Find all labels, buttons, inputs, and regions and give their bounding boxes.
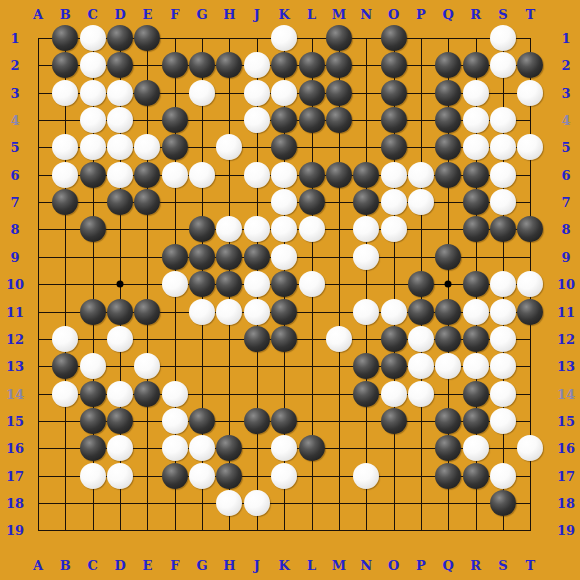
- white-stone[interactable]: [271, 463, 297, 489]
- row-label-left: 7: [10, 196, 19, 209]
- black-stone[interactable]: [271, 107, 297, 133]
- column-label-bottom: Q: [443, 559, 454, 572]
- row-label-left: 3: [10, 86, 19, 99]
- black-stone[interactable]: [435, 162, 461, 188]
- column-label-top: O: [388, 8, 399, 21]
- column-label-top: P: [416, 8, 426, 21]
- black-stone[interactable]: [463, 189, 489, 215]
- white-stone[interactable]: [490, 134, 516, 160]
- white-stone[interactable]: [408, 162, 434, 188]
- black-stone[interactable]: [162, 52, 188, 78]
- white-stone[interactable]: [353, 299, 379, 325]
- star-point: [117, 281, 124, 288]
- white-stone[interactable]: [271, 216, 297, 242]
- white-stone[interactable]: [80, 80, 106, 106]
- white-stone[interactable]: [244, 52, 270, 78]
- black-stone[interactable]: [463, 52, 489, 78]
- column-label-top: S: [498, 8, 507, 21]
- black-stone[interactable]: [381, 408, 407, 434]
- white-stone[interactable]: [80, 353, 106, 379]
- white-stone[interactable]: [80, 107, 106, 133]
- black-stone[interactable]: [463, 271, 489, 297]
- black-stone[interactable]: [299, 107, 325, 133]
- column-label-bottom: L: [307, 559, 316, 572]
- white-stone[interactable]: [107, 162, 133, 188]
- column-label-bottom: M: [332, 559, 346, 572]
- black-stone[interactable]: [80, 216, 106, 242]
- white-stone[interactable]: [271, 80, 297, 106]
- column-label-top: J: [254, 8, 260, 21]
- white-stone[interactable]: [52, 134, 78, 160]
- black-stone[interactable]: [162, 463, 188, 489]
- black-stone[interactable]: [381, 25, 407, 51]
- white-stone[interactable]: [162, 381, 188, 407]
- white-stone[interactable]: [490, 271, 516, 297]
- black-stone[interactable]: [353, 381, 379, 407]
- white-stone[interactable]: [517, 80, 543, 106]
- black-stone[interactable]: [107, 25, 133, 51]
- black-stone[interactable]: [435, 435, 461, 461]
- row-label-left: 17: [6, 469, 24, 482]
- white-stone[interactable]: [490, 189, 516, 215]
- white-stone[interactable]: [490, 162, 516, 188]
- column-label-bottom: T: [525, 559, 535, 572]
- white-stone[interactable]: [326, 326, 352, 352]
- white-stone[interactable]: [189, 435, 215, 461]
- white-stone[interactable]: [52, 381, 78, 407]
- column-label-top: E: [142, 8, 152, 21]
- row-label-right: 18: [557, 496, 575, 509]
- row-label-right: 9: [561, 250, 570, 263]
- white-stone[interactable]: [517, 435, 543, 461]
- white-stone[interactable]: [353, 216, 379, 242]
- white-stone[interactable]: [271, 25, 297, 51]
- white-stone[interactable]: [52, 80, 78, 106]
- black-stone[interactable]: [381, 353, 407, 379]
- black-stone[interactable]: [52, 189, 78, 215]
- black-stone[interactable]: [326, 25, 352, 51]
- black-stone[interactable]: [490, 490, 516, 516]
- white-stone[interactable]: [271, 189, 297, 215]
- row-label-right: 14: [557, 387, 575, 400]
- column-label-bottom: E: [142, 559, 152, 572]
- black-stone[interactable]: [134, 80, 160, 106]
- white-stone[interactable]: [52, 162, 78, 188]
- white-stone[interactable]: [408, 189, 434, 215]
- column-label-bottom: O: [388, 559, 399, 572]
- black-stone[interactable]: [134, 25, 160, 51]
- black-stone[interactable]: [107, 299, 133, 325]
- black-stone[interactable]: [271, 134, 297, 160]
- column-label-top: R: [470, 8, 481, 21]
- black-stone[interactable]: [80, 299, 106, 325]
- row-label-right: 8: [561, 223, 570, 236]
- column-label-top: M: [332, 8, 346, 21]
- white-stone[interactable]: [162, 435, 188, 461]
- column-label-top: T: [525, 8, 535, 21]
- white-stone[interactable]: [517, 134, 543, 160]
- row-label-left: 11: [6, 305, 24, 318]
- black-stone[interactable]: [435, 52, 461, 78]
- white-stone[interactable]: [490, 25, 516, 51]
- black-stone[interactable]: [162, 107, 188, 133]
- white-stone[interactable]: [189, 162, 215, 188]
- black-stone[interactable]: [244, 244, 270, 270]
- black-stone[interactable]: [244, 326, 270, 352]
- black-stone[interactable]: [189, 244, 215, 270]
- white-stone[interactable]: [80, 134, 106, 160]
- column-label-bottom: N: [360, 559, 372, 572]
- black-stone[interactable]: [463, 381, 489, 407]
- black-stone[interactable]: [517, 216, 543, 242]
- black-stone[interactable]: [381, 326, 407, 352]
- row-label-right: 19: [557, 524, 575, 537]
- white-stone[interactable]: [216, 490, 242, 516]
- row-label-right: 6: [561, 168, 570, 181]
- black-stone[interactable]: [353, 189, 379, 215]
- black-stone[interactable]: [381, 107, 407, 133]
- white-stone[interactable]: [490, 299, 516, 325]
- black-stone[interactable]: [271, 271, 297, 297]
- black-stone[interactable]: [216, 435, 242, 461]
- column-label-bottom: B: [60, 559, 71, 572]
- row-label-left: 10: [6, 278, 24, 291]
- row-label-right: 16: [557, 442, 575, 455]
- black-stone[interactable]: [80, 408, 106, 434]
- black-stone[interactable]: [326, 162, 352, 188]
- column-label-bottom: R: [470, 559, 481, 572]
- column-label-bottom: J: [254, 559, 260, 572]
- black-stone[interactable]: [490, 216, 516, 242]
- black-stone[interactable]: [134, 381, 160, 407]
- row-label-right: 4: [561, 114, 570, 127]
- white-stone[interactable]: [107, 134, 133, 160]
- black-stone[interactable]: [517, 52, 543, 78]
- white-stone[interactable]: [463, 299, 489, 325]
- black-stone[interactable]: [517, 299, 543, 325]
- black-stone[interactable]: [435, 244, 461, 270]
- white-stone[interactable]: [381, 216, 407, 242]
- black-stone[interactable]: [189, 216, 215, 242]
- row-label-left: 6: [10, 168, 19, 181]
- black-stone[interactable]: [80, 435, 106, 461]
- row-label-left: 1: [10, 32, 19, 45]
- white-stone[interactable]: [299, 216, 325, 242]
- white-stone[interactable]: [107, 435, 133, 461]
- white-stone[interactable]: [189, 299, 215, 325]
- black-stone[interactable]: [299, 162, 325, 188]
- column-label-top: H: [223, 8, 235, 21]
- row-label-right: 2: [561, 59, 570, 72]
- black-stone[interactable]: [52, 353, 78, 379]
- row-label-right: 12: [557, 332, 575, 345]
- white-stone[interactable]: [490, 353, 516, 379]
- white-stone[interactable]: [463, 107, 489, 133]
- black-stone[interactable]: [134, 162, 160, 188]
- black-stone[interactable]: [216, 463, 242, 489]
- column-label-bottom: F: [170, 559, 179, 572]
- white-stone[interactable]: [490, 463, 516, 489]
- row-label-right: 11: [557, 305, 575, 318]
- black-stone[interactable]: [463, 463, 489, 489]
- black-stone[interactable]: [463, 326, 489, 352]
- white-stone[interactable]: [134, 134, 160, 160]
- white-stone[interactable]: [107, 326, 133, 352]
- row-label-right: 1: [561, 32, 570, 45]
- white-stone[interactable]: [189, 463, 215, 489]
- white-stone[interactable]: [490, 107, 516, 133]
- black-stone[interactable]: [107, 189, 133, 215]
- column-label-top: L: [307, 8, 316, 21]
- column-label-bottom: P: [416, 559, 426, 572]
- black-stone[interactable]: [435, 107, 461, 133]
- column-label-top: B: [60, 8, 71, 21]
- white-stone[interactable]: [162, 271, 188, 297]
- black-stone[interactable]: [299, 80, 325, 106]
- star-point: [445, 281, 452, 288]
- black-stone[interactable]: [326, 80, 352, 106]
- row-label-left: 16: [6, 442, 24, 455]
- black-stone[interactable]: [80, 381, 106, 407]
- black-stone[interactable]: [435, 326, 461, 352]
- column-label-bottom: S: [498, 559, 507, 572]
- black-stone[interactable]: [52, 52, 78, 78]
- black-stone[interactable]: [189, 271, 215, 297]
- row-label-right: 17: [557, 469, 575, 482]
- row-label-right: 7: [561, 196, 570, 209]
- white-stone[interactable]: [107, 381, 133, 407]
- white-stone[interactable]: [463, 80, 489, 106]
- white-stone[interactable]: [271, 244, 297, 270]
- white-stone[interactable]: [490, 408, 516, 434]
- black-stone[interactable]: [134, 189, 160, 215]
- column-label-top: D: [114, 8, 125, 21]
- black-stone[interactable]: [326, 107, 352, 133]
- white-stone[interactable]: [80, 52, 106, 78]
- black-stone[interactable]: [189, 408, 215, 434]
- grid-line-horizontal: [38, 503, 531, 504]
- column-label-bottom: D: [114, 559, 125, 572]
- white-stone[interactable]: [162, 162, 188, 188]
- black-stone[interactable]: [435, 408, 461, 434]
- row-label-left: 4: [10, 114, 19, 127]
- column-label-bottom: K: [278, 559, 289, 572]
- black-stone[interactable]: [435, 463, 461, 489]
- white-stone[interactable]: [381, 162, 407, 188]
- white-stone[interactable]: [517, 271, 543, 297]
- black-stone[interactable]: [162, 134, 188, 160]
- row-label-left: 5: [10, 141, 19, 154]
- black-stone[interactable]: [463, 216, 489, 242]
- black-stone[interactable]: [408, 271, 434, 297]
- black-stone[interactable]: [134, 299, 160, 325]
- black-stone[interactable]: [299, 189, 325, 215]
- black-stone[interactable]: [435, 299, 461, 325]
- white-stone[interactable]: [107, 463, 133, 489]
- white-stone[interactable]: [244, 271, 270, 297]
- black-stone[interactable]: [381, 52, 407, 78]
- white-stone[interactable]: [52, 326, 78, 352]
- white-stone[interactable]: [80, 25, 106, 51]
- black-stone[interactable]: [216, 52, 242, 78]
- black-stone[interactable]: [326, 52, 352, 78]
- grid-line-horizontal: [38, 530, 531, 531]
- white-stone[interactable]: [408, 381, 434, 407]
- black-stone[interactable]: [299, 435, 325, 461]
- white-stone[interactable]: [134, 353, 160, 379]
- row-label-right: 10: [557, 278, 575, 291]
- white-stone[interactable]: [244, 107, 270, 133]
- row-label-left: 14: [6, 387, 24, 400]
- row-label-left: 12: [6, 332, 24, 345]
- white-stone[interactable]: [107, 107, 133, 133]
- row-label-left: 18: [6, 496, 24, 509]
- column-label-top: A: [33, 8, 43, 21]
- column-label-top: G: [197, 8, 208, 21]
- white-stone[interactable]: [490, 381, 516, 407]
- black-stone[interactable]: [353, 162, 379, 188]
- white-stone[interactable]: [463, 134, 489, 160]
- white-stone[interactable]: [299, 271, 325, 297]
- go-board[interactable]: AABBCCDDEEFFGGHHJJKKLLMMNNOOPPQQRRSSTT11…: [0, 0, 580, 580]
- row-label-left: 19: [6, 524, 24, 537]
- white-stone[interactable]: [271, 162, 297, 188]
- row-label-right: 15: [557, 414, 575, 427]
- white-stone[interactable]: [463, 435, 489, 461]
- white-stone[interactable]: [216, 299, 242, 325]
- black-stone[interactable]: [381, 80, 407, 106]
- column-label-top: C: [88, 8, 98, 21]
- row-label-right: 13: [557, 360, 575, 373]
- black-stone[interactable]: [52, 25, 78, 51]
- row-label-right: 5: [561, 141, 570, 154]
- black-stone[interactable]: [353, 353, 379, 379]
- row-label-left: 2: [10, 59, 19, 72]
- white-stone[interactable]: [490, 52, 516, 78]
- black-stone[interactable]: [271, 52, 297, 78]
- black-stone[interactable]: [107, 52, 133, 78]
- column-label-top: F: [170, 8, 179, 21]
- row-label-left: 15: [6, 414, 24, 427]
- white-stone[interactable]: [490, 326, 516, 352]
- white-stone[interactable]: [244, 80, 270, 106]
- column-label-top: N: [360, 8, 372, 21]
- white-stone[interactable]: [244, 299, 270, 325]
- black-stone[interactable]: [299, 52, 325, 78]
- black-stone[interactable]: [381, 134, 407, 160]
- white-stone[interactable]: [381, 381, 407, 407]
- black-stone[interactable]: [435, 80, 461, 106]
- white-stone[interactable]: [463, 353, 489, 379]
- black-stone[interactable]: [271, 408, 297, 434]
- white-stone[interactable]: [216, 134, 242, 160]
- white-stone[interactable]: [244, 490, 270, 516]
- white-stone[interactable]: [244, 162, 270, 188]
- white-stone[interactable]: [216, 216, 242, 242]
- black-stone[interactable]: [463, 162, 489, 188]
- white-stone[interactable]: [408, 326, 434, 352]
- column-label-bottom: C: [88, 559, 98, 572]
- black-stone[interactable]: [80, 162, 106, 188]
- black-stone[interactable]: [463, 408, 489, 434]
- row-label-left: 8: [10, 223, 19, 236]
- white-stone[interactable]: [162, 408, 188, 434]
- white-stone[interactable]: [271, 435, 297, 461]
- white-stone[interactable]: [353, 244, 379, 270]
- white-stone[interactable]: [189, 80, 215, 106]
- grid-line-vertical: [366, 38, 367, 531]
- column-label-top: Q: [443, 8, 454, 21]
- row-label-right: 3: [561, 86, 570, 99]
- black-stone[interactable]: [408, 299, 434, 325]
- white-stone[interactable]: [244, 216, 270, 242]
- column-label-top: K: [278, 8, 289, 21]
- black-stone[interactable]: [271, 326, 297, 352]
- column-label-bottom: G: [197, 559, 208, 572]
- white-stone[interactable]: [107, 80, 133, 106]
- white-stone[interactable]: [80, 463, 106, 489]
- black-stone[interactable]: [271, 299, 297, 325]
- white-stone[interactable]: [381, 299, 407, 325]
- black-stone[interactable]: [244, 408, 270, 434]
- white-stone[interactable]: [353, 463, 379, 489]
- white-stone[interactable]: [435, 353, 461, 379]
- black-stone[interactable]: [189, 52, 215, 78]
- black-stone[interactable]: [162, 244, 188, 270]
- column-label-bottom: A: [33, 559, 43, 572]
- row-label-left: 13: [6, 360, 24, 373]
- black-stone[interactable]: [216, 271, 242, 297]
- column-label-bottom: H: [223, 559, 235, 572]
- black-stone[interactable]: [435, 134, 461, 160]
- row-label-left: 9: [10, 250, 19, 263]
- white-stone[interactable]: [408, 353, 434, 379]
- white-stone[interactable]: [381, 189, 407, 215]
- black-stone[interactable]: [216, 244, 242, 270]
- black-stone[interactable]: [107, 408, 133, 434]
